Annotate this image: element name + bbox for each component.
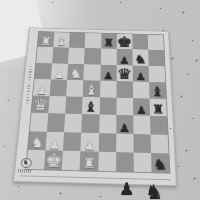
square-b8: ♝ <box>53 32 70 48</box>
square-c1 <box>62 150 81 170</box>
square-a4: ♛ <box>31 96 49 114</box>
piece-white-knight-a2: ♞ <box>30 135 45 149</box>
square-h5: ♝ <box>149 82 166 99</box>
square-h7 <box>148 50 164 66</box>
piece-white-queen-a4: ♛ <box>32 97 49 113</box>
square-c8 <box>69 33 85 49</box>
brand-text <box>26 66 32 104</box>
piece-white-rook-a8: ♜ <box>40 36 53 47</box>
square-a8: ♜ <box>38 32 55 48</box>
square-a6 <box>35 63 53 80</box>
square-f4 <box>116 98 133 116</box>
square-b7 <box>52 47 69 63</box>
piece-black-pawn-f3: ♟ <box>119 122 130 133</box>
square-f6: ♛ <box>116 65 132 82</box>
square-g6: ♟ <box>132 65 149 82</box>
square-c3 <box>64 114 82 132</box>
square-a3 <box>30 113 49 131</box>
square-g4: ♟ <box>133 98 150 116</box>
square-c6: ♞ <box>67 63 84 80</box>
piece-black-pawn-e6: ♟ <box>103 71 114 81</box>
chessboard: ♜♝♜♚♟♞♟♞♟♛♟♟♝♝♛♝♟♜♟♞♟♟♚♜♞ ♞ <box>13 27 177 186</box>
square-g5 <box>133 81 150 98</box>
photo-of-chessboard: ♜♝♜♚♟♞♟♞♟♛♟♟♝♝♛♝♟♜♟♞♟♟♚♜♞ ♞ ♟ ♞ <box>0 0 200 200</box>
square-a5: ♟ <box>33 79 51 96</box>
brand-logo-tagline <box>18 169 32 173</box>
piece-black-pawn-f7: ♟ <box>119 55 129 65</box>
square-a2: ♞ <box>28 131 47 150</box>
square-e1 <box>98 151 116 171</box>
square-c2 <box>63 132 81 151</box>
brand-logo: ♞ <box>18 158 33 173</box>
square-e5 <box>100 80 117 97</box>
piece-white-bishop-d5: ♝ <box>84 83 98 97</box>
piece-black-knight-h1: ♞ <box>153 158 168 173</box>
square-b5 <box>50 79 68 96</box>
square-h2 <box>150 134 168 153</box>
square-g8 <box>132 34 148 50</box>
square-d7 <box>84 48 100 64</box>
square-e4 <box>99 97 116 115</box>
square-h1: ♞ <box>151 153 169 173</box>
piece-black-pawn-g6: ♟ <box>135 71 146 81</box>
piece-white-knight-c6: ♞ <box>69 67 82 80</box>
square-d2: ♟ <box>81 132 99 151</box>
square-h4: ♜ <box>149 99 166 117</box>
brand-logo-ring: ♞ <box>20 158 32 168</box>
piece-black-bishop-d4: ♝ <box>84 100 99 114</box>
piece-white-pawn-b2: ♟ <box>49 139 61 151</box>
square-f8: ♚ <box>116 34 132 50</box>
square-f3: ♟ <box>116 115 133 133</box>
knight-emblem-icon: ♞ <box>22 160 29 167</box>
square-g3 <box>133 116 150 135</box>
piece-black-pawn-g4: ♟ <box>136 105 147 116</box>
square-h3 <box>150 116 168 135</box>
square-d5: ♝ <box>83 80 100 97</box>
piece-white-king-b1: ♚ <box>44 151 63 170</box>
square-c5 <box>66 80 83 97</box>
piece-white-pawn-b6: ♟ <box>54 69 65 79</box>
square-b6: ♟ <box>51 63 68 80</box>
square-a7 <box>36 47 53 63</box>
piece-white-pawn-a5: ♟ <box>36 85 48 96</box>
piece-white-pawn-d2: ♟ <box>84 140 96 152</box>
square-g2 <box>133 134 151 153</box>
square-c4 <box>65 96 83 114</box>
piece-black-queen-f6: ♛ <box>117 66 132 81</box>
piece-black-rook-h4: ♜ <box>152 104 165 117</box>
square-h8 <box>148 35 164 51</box>
square-g1 <box>133 152 151 172</box>
board-squares: ♜♝♜♚♟♞♟♞♟♛♟♟♝♝♛♝♟♜♟♞♟♟♚♜♞ <box>26 32 169 173</box>
square-d6 <box>84 64 101 81</box>
square-f5 <box>116 81 133 98</box>
square-f2 <box>116 133 134 152</box>
piece-black-bishop-h5: ♝ <box>150 85 164 99</box>
captured-black-knight: ♞ <box>145 182 163 200</box>
piece-black-rook-e8: ♜ <box>103 38 115 49</box>
square-e7 <box>100 49 116 65</box>
piece-black-king-f8: ♚ <box>117 35 133 50</box>
square-d4: ♝ <box>82 97 99 115</box>
square-e3 <box>99 115 116 133</box>
square-e8: ♜ <box>101 33 117 49</box>
piece-black-knight-g7: ♞ <box>134 53 147 65</box>
square-d1: ♜ <box>80 151 98 171</box>
square-f7: ♟ <box>116 49 132 65</box>
square-g7: ♞ <box>132 49 148 65</box>
piece-white-bishop-b8: ♝ <box>55 35 69 47</box>
piece-white-rook-d1: ♜ <box>82 157 96 171</box>
square-b4 <box>48 96 66 114</box>
square-d8 <box>85 33 101 49</box>
square-b2: ♟ <box>46 131 65 150</box>
square-e6: ♟ <box>100 64 116 81</box>
square-b3 <box>47 113 65 131</box>
square-b1: ♚ <box>44 150 63 170</box>
captured-black-pawn: ♟ <box>119 181 134 198</box>
square-e2 <box>98 133 116 152</box>
square-d3 <box>81 114 99 132</box>
square-h6 <box>148 66 165 83</box>
square-f1 <box>116 152 134 172</box>
square-c7 <box>68 48 85 64</box>
